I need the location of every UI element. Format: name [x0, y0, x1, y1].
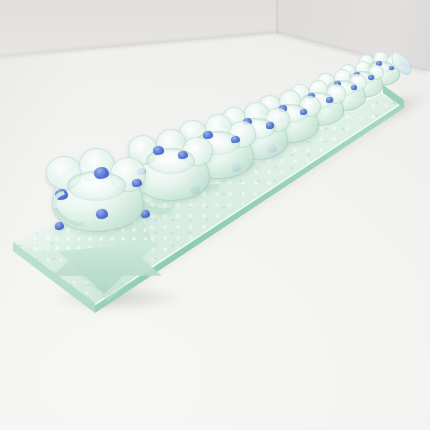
blue-glass-accent [96, 209, 108, 219]
candle-cups-row [0, 0, 430, 430]
blue-glass-accent [266, 122, 274, 129]
glass-leaf-tip [388, 51, 415, 75]
blue-glass-accent [55, 222, 64, 230]
blue-glass-accent [132, 179, 142, 187]
blue-glass-accent [368, 75, 374, 80]
menorah [0, 0, 430, 430]
candle-cup-shamash [51, 160, 146, 232]
product-photo [0, 0, 430, 430]
